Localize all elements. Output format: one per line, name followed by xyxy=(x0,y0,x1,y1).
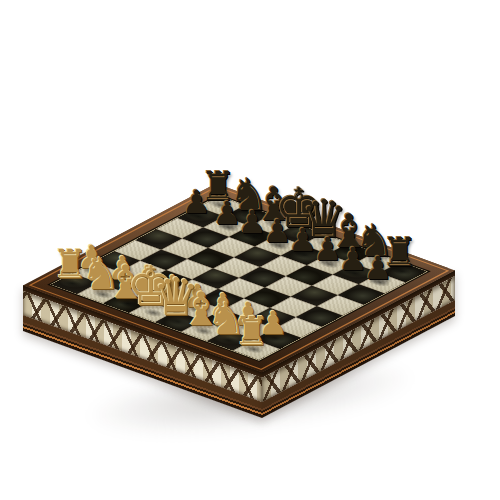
white-rook-glyph: ♜ xyxy=(234,310,270,350)
chess-set-photo: ♜♞♝♚♛♝♞♜♟♟♟♟♟♟♟♟♟♟♟♟♟♟♟♟♜♞♝♚♛♝♞♜ xyxy=(0,0,500,500)
black-pawn-glyph: ♟ xyxy=(364,251,393,283)
black-pawn-glyph: ♟ xyxy=(182,185,211,217)
